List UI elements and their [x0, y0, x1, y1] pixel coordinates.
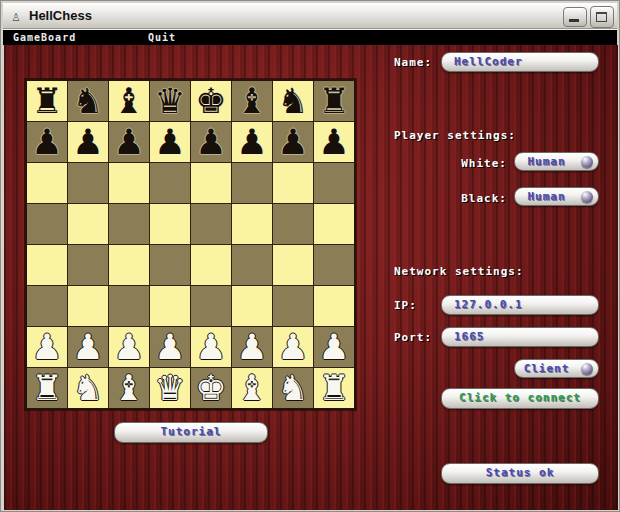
chess-pawn-icon: ♙	[7, 7, 25, 25]
square-f3[interactable]	[232, 286, 272, 326]
maximize-button[interactable]	[590, 6, 614, 28]
app-window: ♙ HellChess GameBoard Quit ♜♞♝♛♚♝♞♜♟♟♟♟♟…	[0, 0, 620, 512]
client-mode-value: Client	[524, 362, 570, 375]
connect-button[interactable]: Click to connect	[441, 388, 599, 409]
square-f8[interactable]: ♝	[232, 81, 272, 121]
black-rook: ♜	[314, 81, 354, 121]
square-b3[interactable]	[68, 286, 108, 326]
square-g8[interactable]: ♞	[273, 81, 313, 121]
square-f5[interactable]	[232, 204, 272, 244]
white-pawn: ♟	[232, 327, 272, 367]
sphere-icon	[581, 156, 593, 168]
square-d2[interactable]: ♟	[150, 327, 190, 367]
square-h4[interactable]	[314, 245, 354, 285]
white-queen: ♛	[150, 368, 190, 408]
square-g3[interactable]	[273, 286, 313, 326]
black-pawn: ♟	[191, 122, 231, 162]
white-pawn: ♟	[191, 327, 231, 367]
minimize-button[interactable]	[563, 7, 587, 27]
square-e3[interactable]	[191, 286, 231, 326]
square-e1[interactable]: ♚	[191, 368, 231, 408]
square-e7[interactable]: ♟	[191, 122, 231, 162]
black-pawn: ♟	[273, 122, 313, 162]
square-b4[interactable]	[68, 245, 108, 285]
square-g2[interactable]: ♟	[273, 327, 313, 367]
black-pawn: ♟	[150, 122, 190, 162]
square-e2[interactable]: ♟	[191, 327, 231, 367]
square-c2[interactable]: ♟	[109, 327, 149, 367]
port-input[interactable]: 1665	[441, 327, 599, 347]
status-indicator[interactable]: Status ok	[441, 463, 599, 484]
square-d3[interactable]	[150, 286, 190, 326]
black-king: ♚	[191, 81, 231, 121]
square-b1[interactable]: ♞	[68, 368, 108, 408]
title-bar[interactable]: ♙ HellChess	[3, 3, 617, 29]
square-c4[interactable]	[109, 245, 149, 285]
black-queen: ♛	[150, 81, 190, 121]
black-pawn: ♟	[314, 122, 354, 162]
black-label: Black:	[441, 192, 507, 205]
square-a6[interactable]	[27, 163, 67, 203]
black-rook: ♜	[27, 81, 67, 121]
white-pawn: ♟	[68, 327, 108, 367]
white-bishop: ♝	[232, 368, 272, 408]
square-a2[interactable]: ♟	[27, 327, 67, 367]
square-f1[interactable]: ♝	[232, 368, 272, 408]
square-d8[interactable]: ♛	[150, 81, 190, 121]
player-settings-label: Player settings:	[394, 129, 516, 142]
menu-item-gameboard[interactable]: GameBoard	[13, 32, 76, 43]
sphere-icon	[581, 363, 593, 375]
square-h3[interactable]	[314, 286, 354, 326]
square-f6[interactable]	[232, 163, 272, 203]
square-g5[interactable]	[273, 204, 313, 244]
ip-label: IP:	[394, 299, 417, 312]
square-h5[interactable]	[314, 204, 354, 244]
white-knight: ♞	[273, 368, 313, 408]
white-rook: ♜	[314, 368, 354, 408]
square-e5[interactable]	[191, 204, 231, 244]
square-g7[interactable]: ♟	[273, 122, 313, 162]
white-bishop: ♝	[109, 368, 149, 408]
sphere-icon	[581, 191, 593, 203]
square-a7[interactable]: ♟	[27, 122, 67, 162]
white-pawn: ♟	[314, 327, 354, 367]
square-b5[interactable]	[68, 204, 108, 244]
square-f7[interactable]: ♟	[232, 122, 272, 162]
square-c1[interactable]: ♝	[109, 368, 149, 408]
square-b7[interactable]: ♟	[68, 122, 108, 162]
square-h8[interactable]: ♜	[314, 81, 354, 121]
minimize-icon	[569, 19, 579, 22]
black-pawn: ♟	[232, 122, 272, 162]
square-c3[interactable]	[109, 286, 149, 326]
square-b2[interactable]: ♟	[68, 327, 108, 367]
content-area: ♜♞♝♛♚♝♞♜♟♟♟♟♟♟♟♟♟♟♟♟♟♟♟♟♜♞♝♛♚♝♞♜ Tutoria…	[4, 45, 618, 510]
white-rook: ♜	[27, 368, 67, 408]
square-f4[interactable]	[232, 245, 272, 285]
black-pawn: ♟	[27, 122, 67, 162]
white-pawn: ♟	[109, 327, 149, 367]
square-b8[interactable]: ♞	[68, 81, 108, 121]
square-h7[interactable]: ♟	[314, 122, 354, 162]
square-h2[interactable]: ♟	[314, 327, 354, 367]
white-pawn: ♟	[273, 327, 313, 367]
network-settings-label: Network settings:	[394, 265, 524, 278]
black-bishop: ♝	[109, 81, 149, 121]
menu-bar: GameBoard Quit	[3, 29, 617, 45]
white-knight: ♞	[68, 368, 108, 408]
white-label: White:	[441, 157, 507, 170]
square-e4[interactable]	[191, 245, 231, 285]
name-label: Name:	[394, 56, 432, 69]
white-pawn: ♟	[150, 327, 190, 367]
square-d5[interactable]	[150, 204, 190, 244]
chess-board: ♜♞♝♛♚♝♞♜♟♟♟♟♟♟♟♟♟♟♟♟♟♟♟♟♜♞♝♛♚♝♞♜	[25, 79, 356, 410]
square-d6[interactable]	[150, 163, 190, 203]
tutorial-button[interactable]: Tutorial	[114, 422, 268, 443]
black-pawn: ♟	[109, 122, 149, 162]
square-e6[interactable]	[191, 163, 231, 203]
square-d7[interactable]: ♟	[150, 122, 190, 162]
square-c8[interactable]: ♝	[109, 81, 149, 121]
square-f2[interactable]: ♟	[232, 327, 272, 367]
white-player-select[interactable]: Human	[514, 152, 599, 171]
square-a4[interactable]	[27, 245, 67, 285]
square-h1[interactable]: ♜	[314, 368, 354, 408]
window-title: HellChess	[29, 8, 92, 23]
name-input[interactable]: HellCoder	[441, 52, 599, 72]
square-a8[interactable]: ♜	[27, 81, 67, 121]
square-d1[interactable]: ♛	[150, 368, 190, 408]
black-pawn: ♟	[68, 122, 108, 162]
white-king: ♚	[191, 368, 231, 408]
black-bishop: ♝	[232, 81, 272, 121]
black-knight: ♞	[273, 81, 313, 121]
client-mode-button[interactable]: Client	[514, 359, 599, 378]
square-a3[interactable]	[27, 286, 67, 326]
square-a1[interactable]: ♜	[27, 368, 67, 408]
square-e8[interactable]: ♚	[191, 81, 231, 121]
ip-input[interactable]: 127.0.0.1	[441, 295, 599, 315]
port-label: Port:	[394, 331, 432, 344]
square-c7[interactable]: ♟	[109, 122, 149, 162]
menu-item-quit[interactable]: Quit	[148, 32, 176, 43]
white-player-value: Human	[527, 155, 565, 168]
square-a5[interactable]	[27, 204, 67, 244]
white-pawn: ♟	[27, 327, 67, 367]
square-c6[interactable]	[109, 163, 149, 203]
square-g6[interactable]	[273, 163, 313, 203]
square-g4[interactable]	[273, 245, 313, 285]
black-knight: ♞	[68, 81, 108, 121]
square-d4[interactable]	[150, 245, 190, 285]
square-h6[interactable]	[314, 163, 354, 203]
square-g1[interactable]: ♞	[273, 368, 313, 408]
square-b6[interactable]	[68, 163, 108, 203]
square-c5[interactable]	[109, 204, 149, 244]
black-player-value: Human	[527, 190, 565, 203]
maximize-icon	[596, 12, 607, 22]
black-player-select[interactable]: Human	[514, 187, 599, 206]
